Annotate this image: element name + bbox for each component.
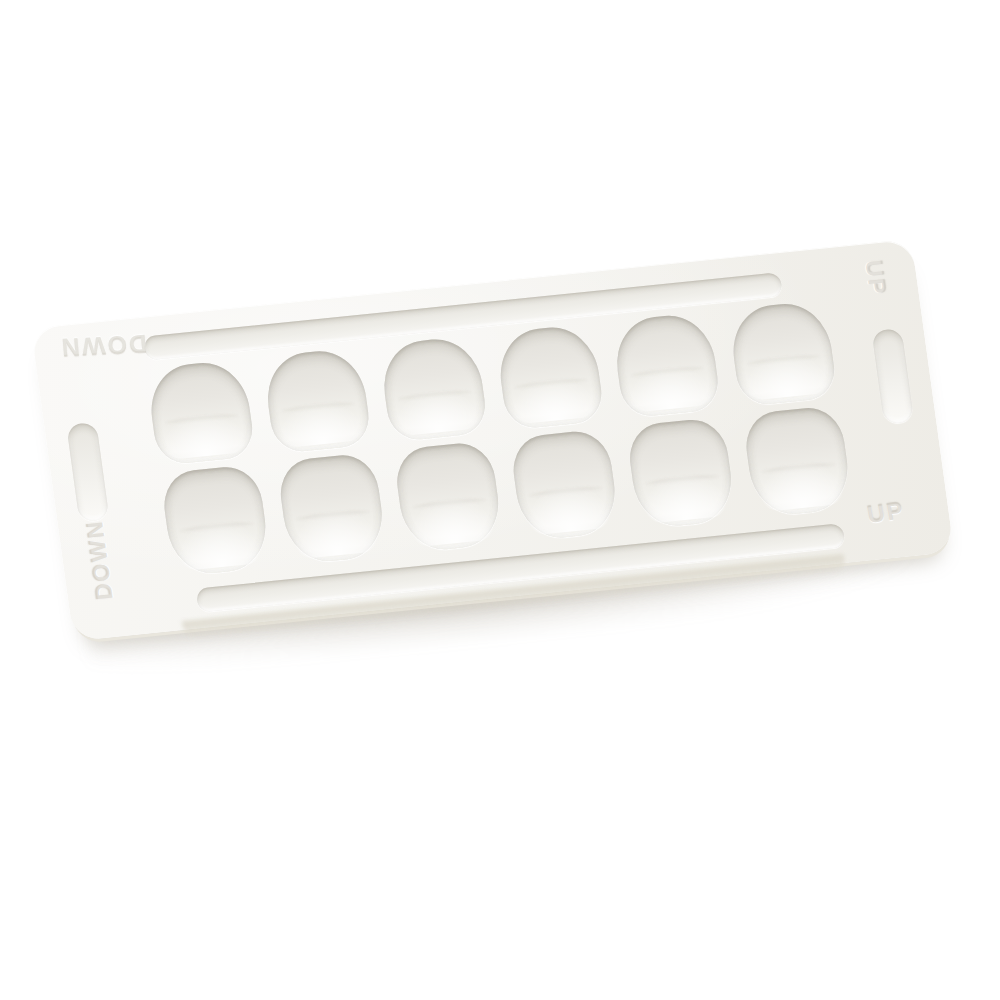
pit-bottom-6 xyxy=(742,405,854,518)
pit-bottom-5 xyxy=(625,417,737,530)
pit-top-6 xyxy=(727,300,838,407)
label-down-top-left: DOWN xyxy=(59,329,149,362)
pit-top-2 xyxy=(262,347,373,454)
label-up-top-right: UP xyxy=(859,259,891,297)
product-photo-scene: DOWN UP DOWN UP xyxy=(0,0,1000,1000)
pit-top-3 xyxy=(378,335,489,442)
pit-top-4 xyxy=(495,323,606,430)
pit-bottom-4 xyxy=(509,428,621,541)
right-store-slot xyxy=(871,328,914,424)
pit-top-5 xyxy=(611,312,722,419)
pit-bottom-1 xyxy=(160,464,272,577)
pit-bottom-2 xyxy=(276,452,388,565)
label-up-bottom-right: UP xyxy=(865,496,907,529)
pit-bottom-3 xyxy=(393,440,505,553)
left-store-slot xyxy=(66,422,109,522)
pit-top-1 xyxy=(145,359,256,466)
label-down-bottom-left: DOWN xyxy=(80,512,120,608)
